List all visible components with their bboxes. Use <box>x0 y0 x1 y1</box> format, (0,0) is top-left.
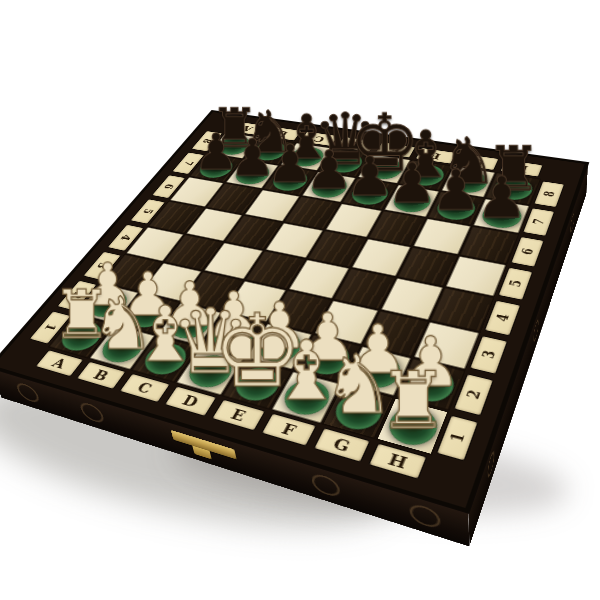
rank-label-7-right: 7 <box>523 208 554 235</box>
rank-label-3-right: 3 <box>470 336 506 373</box>
brass-clasp-hook <box>192 445 211 459</box>
brass-clasp <box>170 430 236 460</box>
chess-set-photo: A B C D E F G H A B C D E F G H 8 <box>0 0 600 600</box>
square-h7[interactable]: ♟ <box>472 198 531 234</box>
carved-ring-icon <box>409 502 441 531</box>
carved-ring-icon <box>14 381 41 405</box>
carved-ring-icon <box>570 210 575 237</box>
rank-label-8-right: 8 <box>534 181 563 207</box>
carved-ring-icon <box>533 315 538 346</box>
carved-ring-icon <box>78 400 106 425</box>
square-c5[interactable] <box>224 215 283 250</box>
carved-ring-icon <box>311 472 342 500</box>
